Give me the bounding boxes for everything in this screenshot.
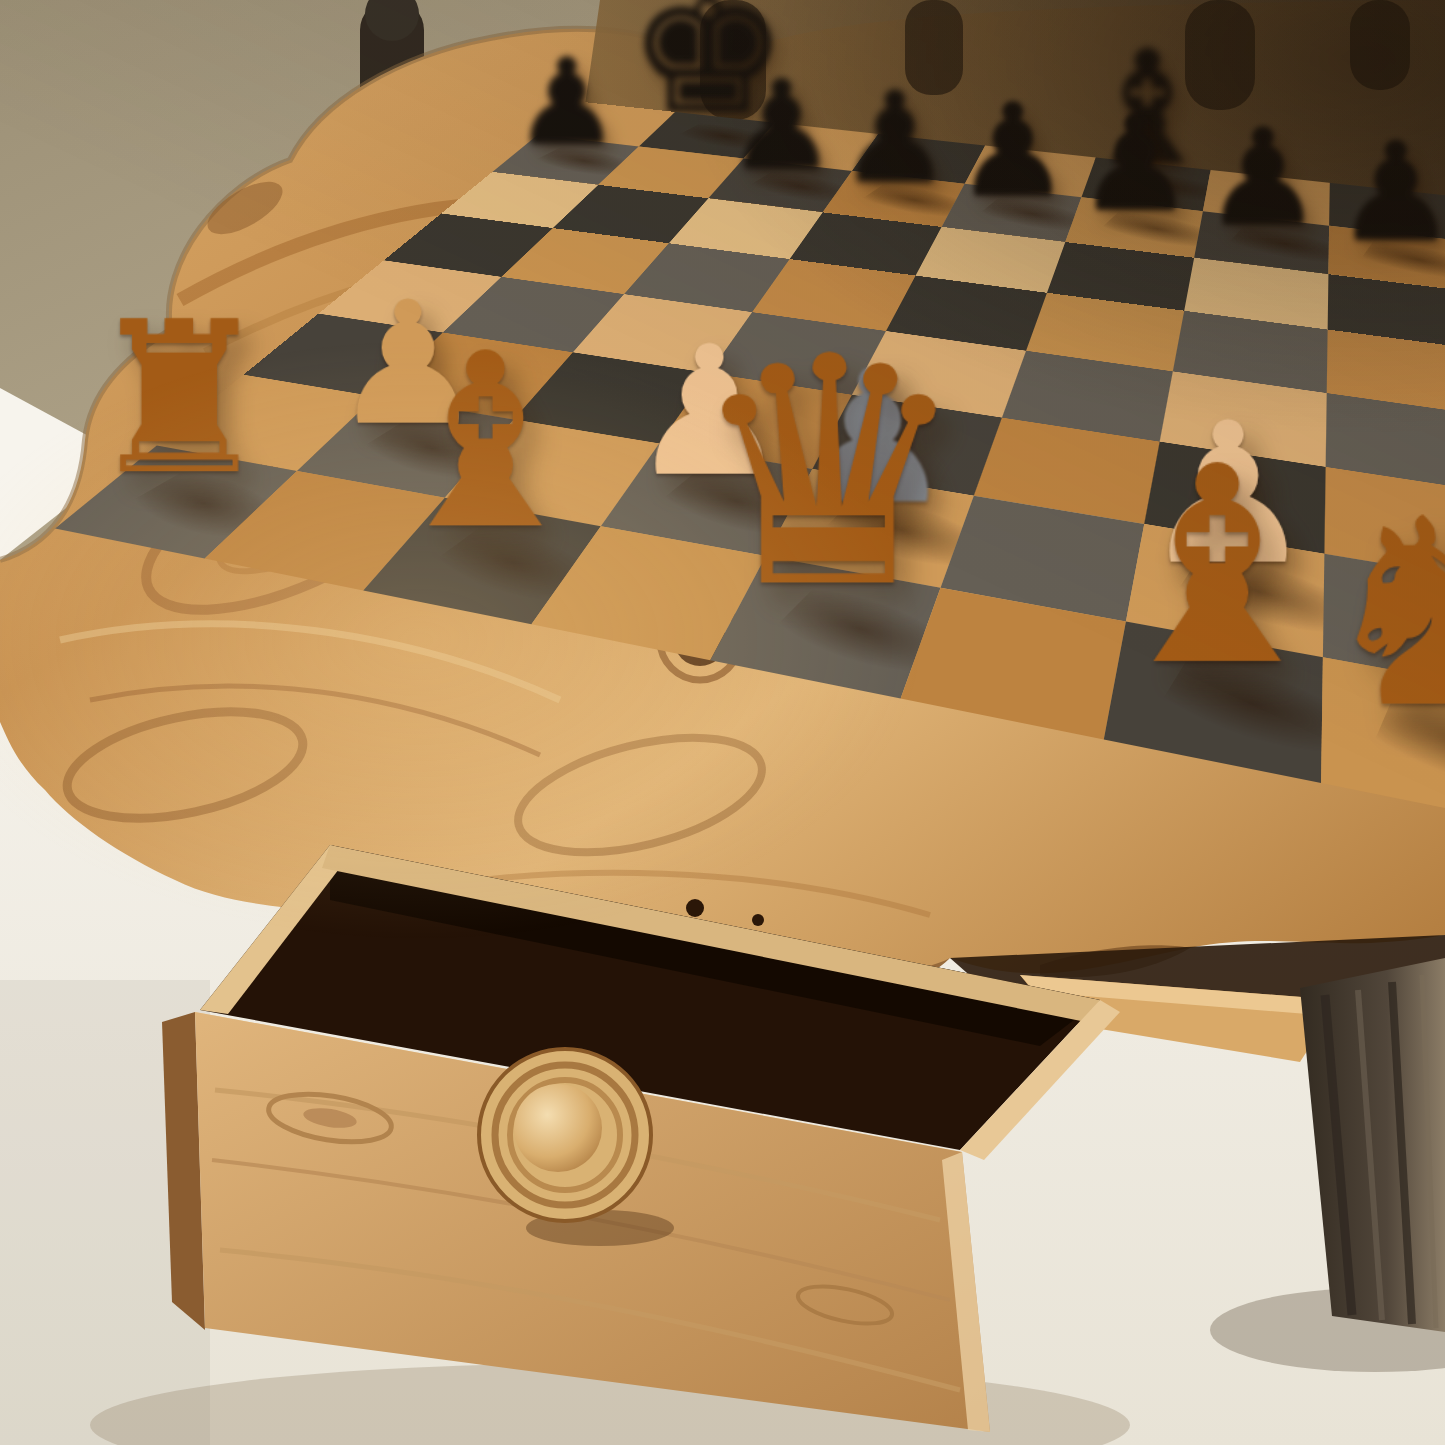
photo-stage: ♚♝♟♟♟♟♟♟♟♟♟♟♟♜♝♛♝♞ xyxy=(0,0,1445,1445)
background-art xyxy=(0,0,1445,1445)
